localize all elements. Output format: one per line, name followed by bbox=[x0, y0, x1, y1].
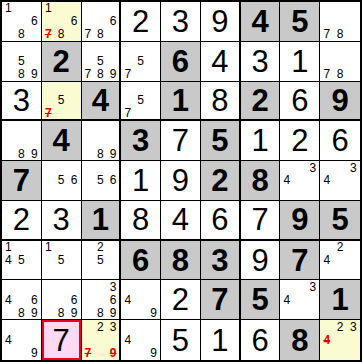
cell-r6c1[interactable]: 2 bbox=[2, 201, 42, 241]
cell-r9c1[interactable]: 49 bbox=[2, 320, 42, 360]
cell-r7c7[interactable]: 9 bbox=[241, 241, 281, 281]
solved-digit: 2 bbox=[121, 2, 160, 41]
candidate-8: 8 bbox=[55, 28, 68, 41]
given-digit: 3 bbox=[201, 241, 239, 280]
solved-digit: 3 bbox=[42, 201, 81, 239]
solved-digit: 8 bbox=[121, 201, 160, 239]
cell-r2c4[interactable]: 57 bbox=[121, 42, 161, 82]
solved-digit: 6 bbox=[280, 82, 319, 120]
candidate-9: 9 bbox=[147, 306, 160, 319]
candidate-6: 6 bbox=[68, 174, 81, 187]
pencil-marks: 168 bbox=[2, 2, 41, 41]
cell-r7c1[interactable]: 145 bbox=[2, 241, 42, 281]
candidate-8: 8 bbox=[15, 306, 28, 319]
cell-r4c1[interactable]: 89 bbox=[2, 121, 42, 161]
pencil-marks: 49 bbox=[121, 320, 160, 360]
candidate-8: 8 bbox=[15, 68, 28, 81]
cell-r7c8[interactable]: 7 bbox=[280, 241, 320, 281]
pencil-marks: 3689 bbox=[82, 280, 120, 319]
cell-r7c5[interactable]: 8 bbox=[161, 241, 201, 281]
pencil-marks: 24 bbox=[320, 241, 360, 280]
cell-r9c5[interactable]: 5 bbox=[161, 320, 201, 360]
cell-r8c5[interactable]: 2 bbox=[161, 280, 201, 320]
cell-r1c4[interactable]: 2 bbox=[121, 2, 161, 42]
cell-r4c8[interactable]: 2 bbox=[280, 121, 320, 161]
candidate-1: 1 bbox=[2, 241, 15, 254]
cell-r6c2[interactable]: 3 bbox=[42, 201, 82, 241]
candidate-2: 2 bbox=[333, 241, 346, 254]
given-digit: 8 bbox=[161, 241, 200, 280]
pencil-marks: 4689 bbox=[2, 280, 41, 319]
cell-r9c4[interactable]: 49 bbox=[121, 320, 161, 360]
candidate-5: 5 bbox=[55, 94, 68, 107]
candidate-9: 9 bbox=[107, 68, 120, 81]
cell-r5c7[interactable]: 8 bbox=[241, 161, 281, 201]
pencil-marks: 5789 bbox=[82, 42, 120, 81]
cell-r4c6[interactable]: 5 bbox=[201, 121, 241, 161]
given-digit: 5 bbox=[280, 2, 319, 41]
cell-r7c6[interactable]: 3 bbox=[201, 241, 241, 281]
pencil-marks: 49 bbox=[2, 320, 41, 360]
cell-r2c9[interactable]: 78 bbox=[320, 42, 360, 82]
cell-r5c1[interactable]: 7 bbox=[2, 161, 42, 201]
candidate-8: 8 bbox=[333, 28, 346, 41]
pencil-marks: 2379 bbox=[82, 320, 120, 360]
pencil-marks: 49 bbox=[121, 280, 160, 319]
cell-r6c4[interactable]: 8 bbox=[121, 201, 161, 241]
candidate-4: 4 bbox=[121, 333, 134, 346]
cell-r7c9[interactable]: 24 bbox=[320, 241, 360, 281]
given-digit: 2 bbox=[201, 161, 239, 200]
given-digit: 6 bbox=[121, 241, 160, 280]
solved-digit: 3 bbox=[161, 2, 200, 41]
candidate-6: 6 bbox=[68, 293, 81, 306]
cell-r2c8[interactable]: 1 bbox=[280, 42, 320, 82]
candidate-6: 6 bbox=[107, 15, 120, 28]
cell-r6c6[interactable]: 6 bbox=[201, 201, 241, 241]
candidate-6: 6 bbox=[68, 15, 81, 28]
cell-r5c2[interactable]: 56 bbox=[42, 161, 82, 201]
candidate-2: 2 bbox=[94, 241, 107, 254]
candidate-7: 7 bbox=[121, 107, 134, 120]
pencil-marks: 89 bbox=[82, 121, 120, 160]
candidate-1: 1 bbox=[42, 2, 55, 15]
candidate-9: 9 bbox=[107, 147, 120, 160]
candidate-9: 9 bbox=[147, 347, 160, 360]
cell-r6c3[interactable]: 1 bbox=[82, 201, 122, 241]
cell-r9c9[interactable]: 234 bbox=[320, 320, 360, 360]
candidate-3: 3 bbox=[347, 320, 360, 333]
candidate-8: 8 bbox=[15, 147, 28, 160]
solved-digit: 2 bbox=[280, 121, 319, 160]
candidate-8: 8 bbox=[94, 68, 107, 81]
candidate-4: 4 bbox=[2, 254, 15, 267]
pencil-marks: 34 bbox=[280, 280, 319, 319]
candidate-5: 5 bbox=[94, 55, 107, 68]
cell-r1c5[interactable]: 3 bbox=[161, 2, 201, 42]
solved-digit: 6 bbox=[241, 320, 280, 360]
pencil-marks: 25 bbox=[82, 241, 120, 280]
cell-r1c2[interactable]: 1678 bbox=[42, 2, 82, 42]
candidate-8: 8 bbox=[94, 147, 107, 160]
pencil-marks: 89 bbox=[2, 121, 41, 160]
cell-r4c3[interactable]: 89 bbox=[82, 121, 122, 161]
candidate-9: 9 bbox=[107, 306, 120, 319]
candidate-9: 9 bbox=[68, 306, 81, 319]
candidate-4: 4 bbox=[280, 174, 293, 187]
candidate-3: 3 bbox=[107, 320, 120, 333]
candidate-5: 5 bbox=[94, 174, 107, 187]
candidate-5: 5 bbox=[55, 174, 68, 187]
solved-digit: 1 bbox=[121, 161, 160, 200]
solved-digit: 8 bbox=[201, 82, 239, 120]
candidate-5: 5 bbox=[15, 55, 28, 68]
cell-r6c7[interactable]: 7 bbox=[241, 201, 281, 241]
pencil-marks: 57 bbox=[121, 82, 160, 120]
solved-digit: 7 bbox=[42, 320, 81, 360]
cell-r9c3[interactable]: 2379 bbox=[82, 320, 122, 360]
given-digit: 4 bbox=[42, 121, 81, 160]
cell-r5c9[interactable]: 34 bbox=[320, 161, 360, 201]
cell-r8c2[interactable]: 689 bbox=[42, 280, 82, 320]
cell-r2c6[interactable]: 4 bbox=[201, 42, 241, 82]
cell-r3c7[interactable]: 2 bbox=[241, 82, 281, 122]
cell-r5c6[interactable]: 2 bbox=[201, 161, 241, 201]
candidate-5: 5 bbox=[94, 254, 107, 267]
solved-digit: 7 bbox=[161, 121, 200, 160]
given-digit: 9 bbox=[320, 82, 360, 120]
cell-r4c4[interactable]: 3 bbox=[121, 121, 161, 161]
given-digit: 4 bbox=[82, 82, 120, 120]
cell-r8c1[interactable]: 4689 bbox=[2, 280, 42, 320]
pencil-marks: 56 bbox=[42, 161, 81, 200]
eliminated-candidate-7: 7 bbox=[42, 28, 55, 41]
sudoku-board: 1681678678239457858925789576431783574571… bbox=[0, 0, 362, 362]
given-digit: 7 bbox=[201, 280, 239, 319]
eliminated-candidate-4: 4 bbox=[320, 333, 333, 346]
cell-r3c8[interactable]: 6 bbox=[280, 82, 320, 122]
cell-r2c3[interactable]: 5789 bbox=[82, 42, 122, 82]
solved-digit: 9 bbox=[201, 2, 239, 41]
cell-r6c8[interactable]: 9 bbox=[280, 201, 320, 241]
candidate-6: 6 bbox=[107, 293, 120, 306]
pencil-marks: 589 bbox=[2, 42, 41, 81]
cell-r3c6[interactable]: 8 bbox=[201, 82, 241, 122]
solved-digit: 5 bbox=[161, 320, 200, 360]
cell-r3c3[interactable]: 4 bbox=[82, 82, 122, 122]
pencil-marks: 78 bbox=[320, 2, 360, 41]
solved-digit: 1 bbox=[241, 121, 280, 160]
cell-r9c6[interactable]: 1 bbox=[201, 320, 241, 360]
candidate-5: 5 bbox=[15, 254, 28, 267]
given-digit: 1 bbox=[320, 280, 360, 319]
cell-r1c7[interactable]: 4 bbox=[241, 2, 281, 42]
candidate-4: 4 bbox=[2, 333, 15, 346]
candidate-8: 8 bbox=[55, 306, 68, 319]
solved-digit: 7 bbox=[241, 201, 280, 239]
pencil-marks: 689 bbox=[42, 280, 81, 319]
candidate-4: 4 bbox=[320, 254, 333, 267]
cell-r2c5[interactable]: 6 bbox=[161, 42, 201, 82]
cell-r5c5[interactable]: 9 bbox=[161, 161, 201, 201]
solved-digit: 6 bbox=[320, 121, 360, 160]
candidate-4: 4 bbox=[2, 293, 15, 306]
pencil-marks: 78 bbox=[320, 42, 360, 81]
cell-r9c8[interactable]: 8 bbox=[280, 320, 320, 360]
solved-digit: 3 bbox=[2, 82, 41, 120]
given-digit: 9 bbox=[280, 201, 319, 239]
candidate-3: 3 bbox=[306, 161, 319, 174]
candidate-2: 2 bbox=[94, 320, 107, 333]
solved-digit: 1 bbox=[201, 320, 239, 360]
pencil-marks: 678 bbox=[82, 2, 120, 41]
candidate-3: 3 bbox=[306, 280, 319, 293]
cell-r8c6[interactable]: 7 bbox=[201, 280, 241, 320]
candidate-1: 1 bbox=[2, 2, 15, 15]
eliminated-candidate-7: 7 bbox=[82, 347, 95, 360]
cell-r8c3[interactable]: 3689 bbox=[82, 280, 122, 320]
solved-digit: 9 bbox=[161, 161, 200, 200]
pencil-marks: 56 bbox=[82, 161, 120, 200]
candidate-5: 5 bbox=[55, 254, 68, 267]
pencil-marks: 145 bbox=[2, 241, 41, 280]
cell-r4c2[interactable]: 4 bbox=[42, 121, 82, 161]
candidate-8: 8 bbox=[15, 28, 28, 41]
cell-r5c3[interactable]: 56 bbox=[82, 161, 122, 201]
pencil-marks: 57 bbox=[42, 82, 81, 120]
cell-r3c5[interactable]: 1 bbox=[161, 82, 201, 122]
candidate-7: 7 bbox=[320, 68, 333, 81]
given-digit: 3 bbox=[121, 121, 160, 160]
candidate-7: 7 bbox=[320, 28, 333, 41]
cell-r1c1[interactable]: 168 bbox=[2, 2, 42, 42]
given-digit: 5 bbox=[320, 201, 360, 239]
pencil-marks: 234 bbox=[320, 320, 360, 360]
given-digit: 5 bbox=[201, 121, 239, 160]
candidate-3: 3 bbox=[107, 280, 120, 293]
candidate-4: 4 bbox=[121, 293, 134, 306]
cell-r9c2[interactable]: 7 bbox=[42, 320, 82, 360]
given-digit: 8 bbox=[241, 161, 280, 200]
cell-r7c3[interactable]: 25 bbox=[82, 241, 122, 281]
cell-r8c7[interactable]: 5 bbox=[241, 280, 281, 320]
candidate-3: 3 bbox=[347, 161, 360, 174]
solved-digit: 9 bbox=[241, 241, 280, 280]
cell-r3c9[interactable]: 9 bbox=[320, 82, 360, 122]
candidate-4: 4 bbox=[320, 174, 333, 187]
cell-r1c3[interactable]: 678 bbox=[82, 2, 122, 42]
candidate-8: 8 bbox=[94, 28, 107, 41]
candidate-6: 6 bbox=[107, 174, 120, 187]
cell-r6c9[interactable]: 5 bbox=[320, 201, 360, 241]
given-digit: 7 bbox=[2, 161, 41, 200]
candidate-6: 6 bbox=[28, 15, 41, 28]
cell-r8c9[interactable]: 1 bbox=[320, 280, 360, 320]
solved-digit: 2 bbox=[2, 201, 41, 239]
given-digit: 5 bbox=[241, 280, 280, 319]
candidate-6: 6 bbox=[28, 293, 41, 306]
solved-digit: 2 bbox=[161, 280, 200, 319]
cell-r7c4[interactable]: 6 bbox=[121, 241, 161, 281]
cell-r1c6[interactable]: 9 bbox=[201, 2, 241, 42]
candidate-9: 9 bbox=[28, 147, 41, 160]
cell-r1c9[interactable]: 78 bbox=[320, 2, 360, 42]
cell-r5c4[interactable]: 1 bbox=[121, 161, 161, 201]
eliminated-candidate-7: 7 bbox=[42, 107, 55, 120]
cell-r8c8[interactable]: 34 bbox=[280, 280, 320, 320]
cell-r5c8[interactable]: 34 bbox=[280, 161, 320, 201]
candidate-9: 9 bbox=[28, 347, 41, 360]
candidate-8: 8 bbox=[94, 306, 107, 319]
pencil-marks: 34 bbox=[320, 161, 360, 200]
cell-r4c7[interactable]: 1 bbox=[241, 121, 281, 161]
candidate-9: 9 bbox=[28, 306, 41, 319]
sudoku-app: 1681678678239457858925789576431783574571… bbox=[0, 0, 362, 362]
cell-r3c1[interactable]: 3 bbox=[2, 82, 42, 122]
cell-r4c5[interactable]: 7 bbox=[161, 121, 201, 161]
solved-digit: 3 bbox=[241, 42, 280, 81]
cell-r6c5[interactable]: 4 bbox=[161, 201, 201, 241]
given-digit: 2 bbox=[42, 42, 81, 81]
candidate-7: 7 bbox=[121, 68, 134, 81]
given-digit: 8 bbox=[280, 320, 319, 360]
eliminated-candidate-9: 9 bbox=[107, 347, 120, 360]
candidate-9: 9 bbox=[28, 68, 41, 81]
candidate-5: 5 bbox=[134, 94, 147, 107]
pencil-marks: 34 bbox=[280, 161, 319, 200]
pencil-marks: 1678 bbox=[42, 2, 81, 41]
candidate-2: 2 bbox=[333, 320, 346, 333]
pencil-marks: 15 bbox=[42, 241, 81, 280]
cell-r2c7[interactable]: 3 bbox=[241, 42, 281, 82]
cell-r1c8[interactable]: 5 bbox=[280, 2, 320, 42]
candidate-8: 8 bbox=[333, 68, 346, 81]
cell-r2c1[interactable]: 589 bbox=[2, 42, 42, 82]
pencil-marks: 57 bbox=[121, 42, 160, 81]
cell-r3c4[interactable]: 57 bbox=[121, 82, 161, 122]
candidate-7: 7 bbox=[82, 28, 95, 41]
solved-digit: 4 bbox=[201, 42, 239, 81]
cell-r3c2[interactable]: 57 bbox=[42, 82, 82, 122]
cell-r4c9[interactable]: 6 bbox=[320, 121, 360, 161]
candidate-4: 4 bbox=[280, 293, 293, 306]
candidate-7: 7 bbox=[82, 68, 95, 81]
candidate-1: 1 bbox=[42, 241, 55, 254]
given-digit: 2 bbox=[241, 82, 280, 120]
solved-digit: 6 bbox=[201, 201, 239, 239]
solved-digit: 4 bbox=[161, 201, 200, 239]
given-digit: 4 bbox=[241, 2, 280, 41]
given-digit: 1 bbox=[82, 201, 120, 239]
cell-r2c2[interactable]: 2 bbox=[42, 42, 82, 82]
given-digit: 6 bbox=[161, 42, 200, 81]
cell-r7c2[interactable]: 15 bbox=[42, 241, 82, 281]
solved-digit: 1 bbox=[280, 42, 319, 81]
cell-r8c4[interactable]: 49 bbox=[121, 280, 161, 320]
given-digit: 7 bbox=[280, 241, 319, 280]
cell-r9c7[interactable]: 6 bbox=[241, 320, 281, 360]
candidate-5: 5 bbox=[134, 55, 147, 68]
given-digit: 1 bbox=[161, 82, 200, 120]
